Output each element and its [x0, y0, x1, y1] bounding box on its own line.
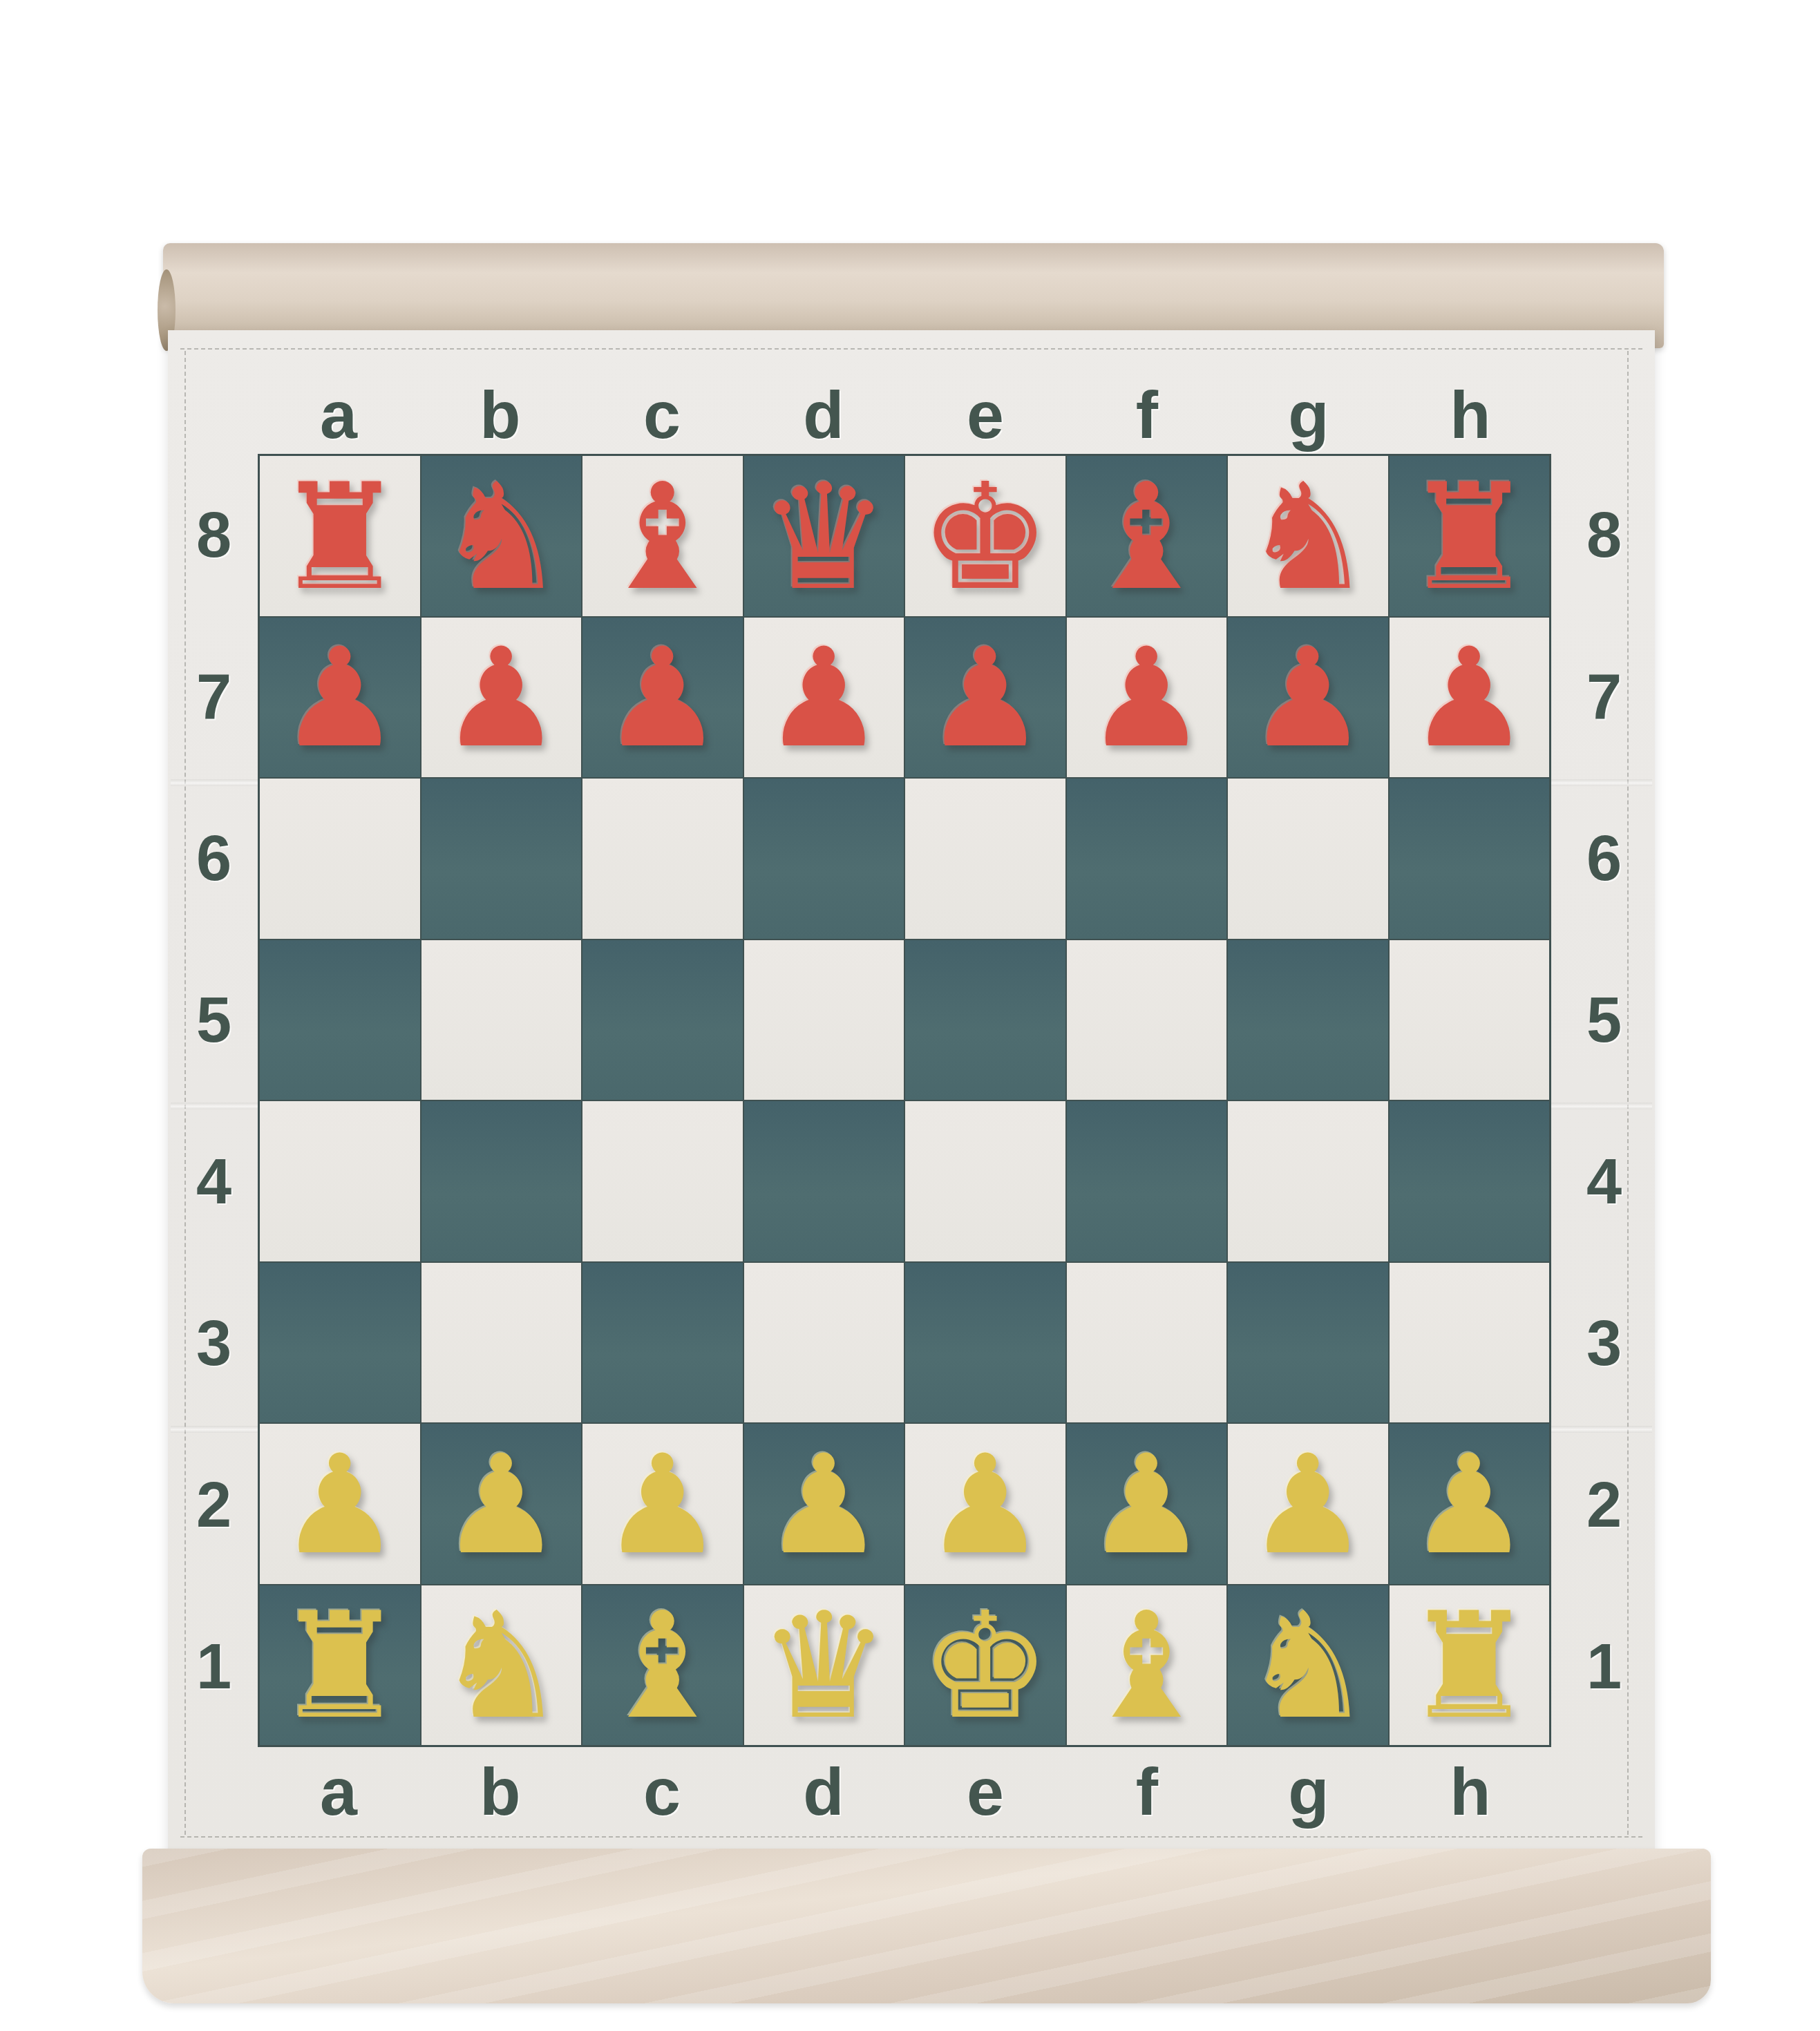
- file-label-bottom-g: g: [1228, 1753, 1390, 1831]
- piece-yellow-queen-d1[interactable]: ♛: [758, 1593, 889, 1739]
- square-h1[interactable]: ♜: [1390, 1585, 1550, 1746]
- square-c8[interactable]: ♝: [582, 456, 743, 616]
- file-label-bottom-d: d: [743, 1753, 904, 1831]
- square-d6[interactable]: [744, 779, 904, 939]
- square-e7[interactable]: ♟: [905, 618, 1065, 778]
- piece-yellow-bishop-f1[interactable]: ♝: [1081, 1593, 1212, 1739]
- square-h2[interactable]: ♟: [1390, 1424, 1550, 1584]
- piece-red-king-e8[interactable]: ♚: [920, 464, 1051, 611]
- square-d8[interactable]: ♛: [744, 456, 904, 616]
- square-f5[interactable]: [1067, 940, 1227, 1100]
- square-d3[interactable]: [744, 1263, 904, 1423]
- rank-label-right-1: 1: [1553, 1585, 1655, 1747]
- piece-red-queen-d8[interactable]: ♛: [758, 464, 889, 611]
- rank-label-left-4: 4: [170, 1100, 258, 1262]
- piece-red-pawn-a7[interactable]: ♟: [278, 630, 401, 767]
- square-h5[interactable]: [1390, 940, 1550, 1100]
- square-g3[interactable]: [1228, 1263, 1388, 1423]
- piece-yellow-pawn-e2[interactable]: ♟: [924, 1437, 1047, 1574]
- square-g6[interactable]: [1228, 779, 1388, 939]
- square-g2[interactable]: ♟: [1228, 1424, 1388, 1584]
- piece-red-pawn-e7[interactable]: ♟: [924, 630, 1047, 767]
- square-h7[interactable]: ♟: [1390, 618, 1550, 778]
- square-g1[interactable]: ♞: [1228, 1585, 1388, 1746]
- square-g7[interactable]: ♟: [1228, 618, 1388, 778]
- square-f1[interactable]: ♝: [1067, 1585, 1227, 1746]
- file-label-top-d: d: [743, 376, 904, 454]
- square-c5[interactable]: [582, 940, 743, 1100]
- piece-yellow-pawn-d2[interactable]: ♟: [762, 1437, 885, 1574]
- square-e5[interactable]: [905, 940, 1065, 1100]
- piece-red-pawn-h7[interactable]: ♟: [1407, 630, 1530, 767]
- square-e3[interactable]: [905, 1263, 1065, 1423]
- rank-label-left-6: 6: [170, 777, 258, 939]
- piece-red-rook-a8[interactable]: ♜: [274, 464, 406, 611]
- square-h8[interactable]: ♜: [1390, 456, 1550, 616]
- piece-yellow-knight-g1[interactable]: ♞: [1242, 1593, 1374, 1739]
- rank-label-left-3: 3: [170, 1262, 258, 1424]
- piece-yellow-pawn-f2[interactable]: ♟: [1085, 1437, 1208, 1574]
- piece-yellow-pawn-b2[interactable]: ♟: [439, 1437, 562, 1574]
- rank-label-right-4: 4: [1553, 1100, 1655, 1262]
- square-d5[interactable]: [744, 940, 904, 1100]
- square-e4[interactable]: [905, 1101, 1065, 1261]
- rank-label-left-5: 5: [170, 939, 258, 1100]
- square-c7[interactable]: ♟: [582, 618, 743, 778]
- piece-yellow-knight-b1[interactable]: ♞: [435, 1593, 567, 1739]
- file-label-top-f: f: [1066, 376, 1228, 454]
- square-a3[interactable]: [260, 1263, 420, 1423]
- square-e8[interactable]: ♚: [905, 456, 1065, 616]
- square-a8[interactable]: ♜: [260, 456, 420, 616]
- rank-label-right-6: 6: [1553, 777, 1655, 939]
- piece-yellow-king-e1[interactable]: ♚: [920, 1593, 1051, 1739]
- piece-red-pawn-b7[interactable]: ♟: [439, 630, 562, 767]
- square-e2[interactable]: ♟: [905, 1424, 1065, 1584]
- rank-labels-right: 87654321: [1553, 454, 1655, 1747]
- file-label-top-g: g: [1228, 376, 1390, 454]
- square-f2[interactable]: ♟: [1067, 1424, 1227, 1584]
- file-label-bottom-b: b: [419, 1753, 581, 1831]
- square-b5[interactable]: [421, 940, 582, 1100]
- piece-red-bishop-c8[interactable]: ♝: [597, 464, 728, 611]
- piece-yellow-bishop-c1[interactable]: ♝: [597, 1593, 728, 1739]
- file-label-top-c: c: [581, 376, 743, 454]
- piece-yellow-pawn-g2[interactable]: ♟: [1246, 1437, 1369, 1574]
- square-d2[interactable]: ♟: [744, 1424, 904, 1584]
- file-labels-top: abcdefgh: [258, 376, 1551, 449]
- square-d7[interactable]: ♟: [744, 618, 904, 778]
- piece-red-pawn-g7[interactable]: ♟: [1246, 630, 1369, 767]
- rank-label-left-2: 2: [170, 1424, 258, 1585]
- square-c1[interactable]: ♝: [582, 1585, 743, 1746]
- square-b3[interactable]: [421, 1263, 582, 1423]
- piece-yellow-rook-h1[interactable]: ♜: [1403, 1593, 1535, 1739]
- piece-red-pawn-c7[interactable]: ♟: [601, 630, 724, 767]
- piece-yellow-pawn-h2[interactable]: ♟: [1407, 1437, 1530, 1574]
- file-label-bottom-a: a: [258, 1753, 419, 1831]
- piece-yellow-pawn-c2[interactable]: ♟: [601, 1437, 724, 1574]
- rank-label-right-2: 2: [1553, 1424, 1655, 1585]
- rank-label-right-8: 8: [1553, 454, 1655, 616]
- square-a1[interactable]: ♜: [260, 1585, 420, 1746]
- square-c6[interactable]: [582, 779, 743, 939]
- square-a7[interactable]: ♟: [260, 618, 420, 778]
- chess-board: ♜♞♝♛♚♝♞♜♟♟♟♟♟♟♟♟♟♟♟♟♟♟♟♟♜♞♝♛♚♝♞♜: [258, 454, 1551, 1747]
- piece-red-pawn-d7[interactable]: ♟: [762, 630, 885, 767]
- square-d1[interactable]: ♛: [744, 1585, 904, 1746]
- square-f6[interactable]: [1067, 779, 1227, 939]
- square-d4[interactable]: [744, 1101, 904, 1261]
- square-b8[interactable]: ♞: [421, 456, 582, 616]
- square-b2[interactable]: ♟: [421, 1424, 582, 1584]
- square-f4[interactable]: [1067, 1101, 1227, 1261]
- piece-red-rook-h8[interactable]: ♜: [1403, 464, 1535, 611]
- square-e1[interactable]: ♚: [905, 1585, 1065, 1746]
- square-a4[interactable]: [260, 1101, 420, 1261]
- square-a6[interactable]: [260, 779, 420, 939]
- rank-label-left-8: 8: [170, 454, 258, 616]
- file-label-top-b: b: [419, 376, 581, 454]
- piece-red-knight-b8[interactable]: ♞: [435, 464, 567, 611]
- square-e6[interactable]: [905, 779, 1065, 939]
- file-label-bottom-e: e: [904, 1753, 1066, 1831]
- piece-red-knight-g8[interactable]: ♞: [1242, 464, 1374, 611]
- file-label-bottom-h: h: [1390, 1753, 1551, 1831]
- square-g5[interactable]: [1228, 940, 1388, 1100]
- square-h6[interactable]: [1390, 779, 1550, 939]
- square-h3[interactable]: [1390, 1263, 1550, 1423]
- square-c3[interactable]: [582, 1263, 743, 1423]
- square-c4[interactable]: [582, 1101, 743, 1261]
- top-hem-stitching: [180, 348, 1642, 350]
- piece-red-pawn-f7[interactable]: ♟: [1085, 630, 1208, 767]
- file-label-bottom-c: c: [581, 1753, 743, 1831]
- square-b7[interactable]: ♟: [421, 618, 582, 778]
- file-label-top-h: h: [1390, 376, 1551, 454]
- rank-labels-left: 87654321: [170, 454, 258, 1747]
- square-f8[interactable]: ♝: [1067, 456, 1227, 616]
- rank-label-left-7: 7: [170, 616, 258, 777]
- square-a5[interactable]: [260, 940, 420, 1100]
- square-f3[interactable]: [1067, 1263, 1227, 1423]
- rank-label-left-1: 1: [170, 1585, 258, 1747]
- bottom-roller: [142, 1849, 1711, 2003]
- rank-label-right-3: 3: [1553, 1262, 1655, 1424]
- square-f7[interactable]: ♟: [1067, 618, 1227, 778]
- file-label-top-e: e: [904, 376, 1066, 454]
- rank-label-right-7: 7: [1553, 616, 1655, 777]
- square-c2[interactable]: ♟: [582, 1424, 743, 1584]
- square-b6[interactable]: [421, 779, 582, 939]
- piece-red-bishop-f8[interactable]: ♝: [1081, 464, 1212, 611]
- rank-label-right-5: 5: [1553, 939, 1655, 1100]
- file-labels-bottom: abcdefgh: [258, 1753, 1551, 1831]
- square-h4[interactable]: [1390, 1101, 1550, 1261]
- piece-yellow-rook-a1[interactable]: ♜: [274, 1593, 406, 1739]
- square-g4[interactable]: [1228, 1101, 1388, 1261]
- square-b4[interactable]: [421, 1101, 582, 1261]
- file-label-top-a: a: [258, 376, 419, 454]
- piece-yellow-pawn-a2[interactable]: ♟: [278, 1437, 401, 1574]
- square-b1[interactable]: ♞: [421, 1585, 582, 1746]
- bottom-hem-stitching: [180, 1836, 1642, 1838]
- square-g8[interactable]: ♞: [1228, 456, 1388, 616]
- square-a2[interactable]: ♟: [260, 1424, 420, 1584]
- file-label-bottom-f: f: [1066, 1753, 1228, 1831]
